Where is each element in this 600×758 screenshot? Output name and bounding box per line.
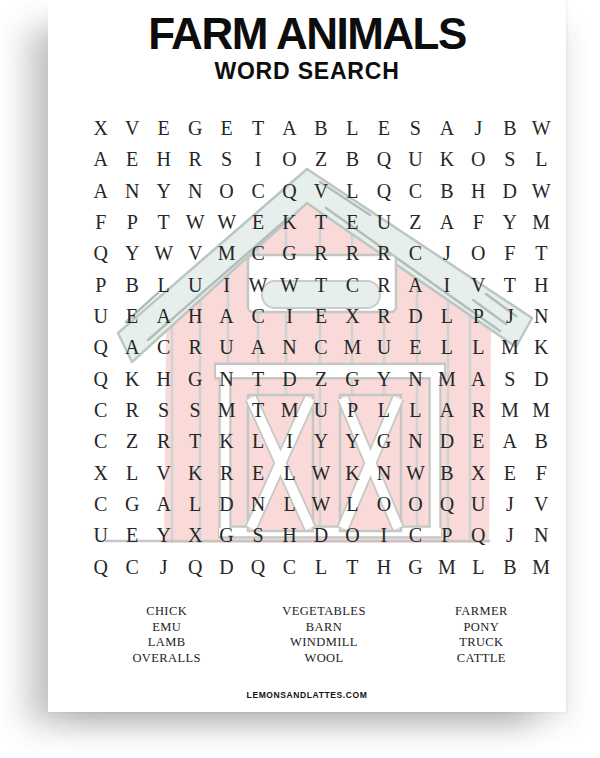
grid-cell-r5c15[interactable]: T [526,238,557,269]
grid-cell-r13c13[interactable]: U [463,489,494,520]
grid-cell-r15c10[interactable]: H [368,552,399,583]
grid-cell-r9c3[interactable]: H [148,364,179,395]
grid-cell-r1c15[interactable]: W [526,113,557,144]
grid-cell-r6c12[interactable]: I [431,270,462,301]
grid-cell-r11c4[interactable]: T [179,426,210,457]
grid-cell-r11c10[interactable]: G [368,426,399,457]
grid-cell-r4c7[interactable]: K [274,207,305,238]
grid-cell-r12c5[interactable]: R [211,458,242,489]
grid-cell-r13c12[interactable]: Q [431,489,462,520]
grid-cell-r2c15[interactable]: L [526,144,557,175]
grid-cell-r12c1[interactable]: X [85,458,116,489]
grid-cell-r12c4[interactable]: K [179,458,210,489]
grid-cell-r3c10[interactable]: Q [368,176,399,207]
word-list-item: WOOL [245,651,402,667]
word-list: CHICKEMULAMBOVERALLSVEGETABLESBARNWINDMI… [88,604,560,666]
word-list-item: LAMB [88,635,245,651]
grid-cell-r6c2[interactable]: B [116,270,147,301]
grid-cell-r15c4[interactable]: Q [179,552,210,583]
grid-cell-r1c10[interactable]: E [368,113,399,144]
grid-cell-r1c9[interactable]: L [337,113,368,144]
grid-cell-r7c9[interactable]: X [337,301,368,332]
grid-cell-r11c14[interactable]: A [494,426,525,457]
word-list-item: EMU [88,620,245,636]
grid-cell-r4c11[interactable]: Z [400,207,431,238]
grid-cell-r15c3[interactable]: J [148,552,179,583]
grid-cell-r13c14[interactable]: J [494,489,525,520]
grid-cell-r12c3[interactable]: V [148,458,179,489]
grid-cell-r12c12[interactable]: B [431,458,462,489]
grid-cell-r10c3[interactable]: S [148,395,179,426]
grid-cell-r8c5[interactable]: U [211,332,242,363]
grid-cell-r7c12[interactable]: L [431,301,462,332]
grid-cell-r8c1[interactable]: Q [85,332,116,363]
grid-cell-r13c15[interactable]: V [526,489,557,520]
grid-cell-r1c4[interactable]: G [179,113,210,144]
grid-cell-r8c2[interactable]: A [116,332,147,363]
grid-cell-r15c5[interactable]: D [211,552,242,583]
grid-cell-r9c9[interactable]: G [337,364,368,395]
grid-cell-r15c14[interactable]: B [494,552,525,583]
grid-cell-r12c7[interactable]: L [274,458,305,489]
grid-cell-r7c3[interactable]: A [148,301,179,332]
grid-cell-r3c9[interactable]: L [337,176,368,207]
grid-cell-r13c9[interactable]: L [337,489,368,520]
grid-cell-r8c8[interactable]: C [305,332,336,363]
grid-cell-r7c7[interactable]: I [274,301,305,332]
grid-cell-r1c14[interactable]: B [494,113,525,144]
word-list-item: WINDMILL [245,635,402,651]
grid-cell-r5c12[interactable]: J [431,238,462,269]
grid-cell-r7c6[interactable]: C [242,301,273,332]
grid-cell-r3c2[interactable]: N [116,176,147,207]
grid-cell-r7c4[interactable]: H [179,301,210,332]
grid-cell-r7c10[interactable]: R [368,301,399,332]
grid-cell-r13c4[interactable]: L [179,489,210,520]
grid-cell-r14c3[interactable]: Y [148,520,179,551]
grid-cell-r3c11[interactable]: C [400,176,431,207]
grid-cell-r2c10[interactable]: Q [368,144,399,175]
grid-cell-r12c2[interactable]: L [116,458,147,489]
word-list-item: TRUCK [403,635,560,651]
grid-cell-r11c5[interactable]: K [211,426,242,457]
grid-cell-r11c9[interactable]: Y [337,426,368,457]
grid-cell-r14c2[interactable]: E [116,520,147,551]
grid-cell-r10c13[interactable]: R [463,395,494,426]
grid-cell-r7c14[interactable]: J [494,301,525,332]
grid-cell-r4c15[interactable]: M [526,207,557,238]
grid-cell-r5c4[interactable]: V [179,238,210,269]
grid-cell-r3c13[interactable]: H [463,176,494,207]
grid-cell-r3c8[interactable]: V [305,176,336,207]
grid-cell-r1c8[interactable]: B [305,113,336,144]
grid-cell-r13c5[interactable]: D [211,489,242,520]
grid-cell-r5c11[interactable]: C [400,238,431,269]
grid-cell-r3c4[interactable]: N [179,176,210,207]
grid-cell-r2c14[interactable]: S [494,144,525,175]
grid-cell-r3c1[interactable]: A [85,176,116,207]
grid-cell-r9c12[interactable]: M [431,364,462,395]
grid-cell-r3c6[interactable]: C [242,176,273,207]
page-subtitle: WORD SEARCH [48,58,566,85]
grid-cell-r6c1[interactable]: P [85,270,116,301]
grid-cell-r8c10[interactable]: U [368,332,399,363]
grid-cell-r3c14[interactable]: D [494,176,525,207]
grid-cell-r14c4[interactable]: X [179,520,210,551]
grid-cell-r9c13[interactable]: A [463,364,494,395]
grid-cell-r5c8[interactable]: R [305,238,336,269]
grid-cell-r14c13[interactable]: Q [463,520,494,551]
grid-cell-r11c15[interactable]: B [526,426,557,457]
grid-cell-r4c4[interactable]: W [179,207,210,238]
grid-cell-r9c6[interactable]: T [242,364,273,395]
grid-cell-r5c13[interactable]: O [463,238,494,269]
grid-cell-r14c14[interactable]: J [494,520,525,551]
word-list-item: VEGETABLES [245,604,402,620]
grid-cell-r15c9[interactable]: T [337,552,368,583]
grid-cell-r7c1[interactable]: U [85,301,116,332]
grid-cell-r9c2[interactable]: K [116,364,147,395]
grid-cell-r12c8[interactable]: W [305,458,336,489]
grid-cell-r1c13[interactable]: J [463,113,494,144]
grid-cell-r2c11[interactable]: U [400,144,431,175]
grid-cell-r14c7[interactable]: H [274,520,305,551]
grid-cell-r10c15[interactable]: M [526,395,557,426]
grid-cell-r9c10[interactable]: Y [368,364,399,395]
grid-cell-r9c5[interactable]: N [211,364,242,395]
word-search-grid: XVEGETABLESAJBWAEHRSIOZBQUKOSLANYNOCQVLQ… [85,113,557,583]
grid-cell-r9c11[interactable]: N [400,364,431,395]
word-list-item: BARN [245,620,402,636]
grid-cell-r9c8[interactable]: Z [305,364,336,395]
grid-cell-r5c7[interactable]: G [274,238,305,269]
grid-cell-r15c7[interactable]: C [274,552,305,583]
header: FARM ANIMALS WORD SEARCH [48,12,566,85]
grid-cell-r6c3[interactable]: L [148,270,179,301]
grid-cell-r10c6[interactable]: T [242,395,273,426]
grid-cell-r12c9[interactable]: K [337,458,368,489]
grid-cell-r15c13[interactable]: L [463,552,494,583]
grid-cell-r6c4[interactable]: U [179,270,210,301]
grid-cell-r4c12[interactable]: A [431,207,462,238]
grid-cell-r14c11[interactable]: C [400,520,431,551]
grid-cell-r4c3[interactable]: T [148,207,179,238]
grid-cell-r11c13[interactable]: E [463,426,494,457]
grid-cell-r8c11[interactable]: E [400,332,431,363]
word-list-item: FARMER [403,604,560,620]
grid-cell-r5c5[interactable]: M [211,238,242,269]
grid-cell-r8c15[interactable]: K [526,332,557,363]
grid-cell-r13c1[interactable]: C [85,489,116,520]
grid-cell-r5c2[interactable]: Y [116,238,147,269]
grid-cell-r7c5[interactable]: A [211,301,242,332]
grid-cell-r7c13[interactable]: P [463,301,494,332]
grid-cell-r5c6[interactable]: C [242,238,273,269]
grid-cell-r10c5[interactable]: M [211,395,242,426]
grid-cell-r8c4[interactable]: R [179,332,210,363]
grid-cell-r6c5[interactable]: I [211,270,242,301]
word-list-column-2: VEGETABLESBARNWINDMILLWOOL [245,604,402,666]
grid-cell-r1c3[interactable]: E [148,113,179,144]
grid-cell-r1c12[interactable]: A [431,113,462,144]
grid-cell-r6c6[interactable]: W [242,270,273,301]
grid-cell-r14c10[interactable]: I [368,520,399,551]
grid-cell-r10c14[interactable]: M [494,395,525,426]
grid-cell-r4c9[interactable]: E [337,207,368,238]
grid-cell-r2c13[interactable]: O [463,144,494,175]
grid-cell-r13c6[interactable]: N [242,489,273,520]
grid-cell-r10c9[interactable]: P [337,395,368,426]
grid-cell-r5c14[interactable]: F [494,238,525,269]
grid-cell-r11c8[interactable]: Y [305,426,336,457]
grid-cell-r9c15[interactable]: D [526,364,557,395]
grid-cell-r10c2[interactable]: R [116,395,147,426]
grid-cell-r14c5[interactable]: G [211,520,242,551]
footer-credit: LEMONSANDLATTES.COM [48,690,566,700]
grid-cell-r13c7[interactable]: L [274,489,305,520]
grid-cell-r15c6[interactable]: Q [242,552,273,583]
grid-cell-r2c12[interactable]: K [431,144,462,175]
grid-cell-r5c10[interactable]: R [368,238,399,269]
grid-cell-r12c14[interactable]: E [494,458,525,489]
grid-cell-r10c7[interactable]: M [274,395,305,426]
grid-cell-r1c5[interactable]: E [211,113,242,144]
grid-cell-r13c8[interactable]: W [305,489,336,520]
grid-cell-r12c10[interactable]: N [368,458,399,489]
grid-cell-r6c15[interactable]: H [526,270,557,301]
grid-cell-r15c8[interactable]: L [305,552,336,583]
grid-cell-r3c5[interactable]: O [211,176,242,207]
grid-cell-r4c6[interactable]: E [242,207,273,238]
grid-cell-r8c7[interactable]: N [274,332,305,363]
grid-cell-r6c9[interactable]: C [337,270,368,301]
grid-cell-r3c12[interactable]: B [431,176,462,207]
grid-cell-r1c7[interactable]: A [274,113,305,144]
grid-cell-r9c14[interactable]: S [494,364,525,395]
grid-cell-r14c6[interactable]: S [242,520,273,551]
printable-sheet: FARM ANIMALS WORD SEARCH XVEGETABLESAJBW… [48,0,566,712]
grid-cell-r14c9[interactable]: O [337,520,368,551]
grid-cell-r1c11[interactable]: S [400,113,431,144]
grid-cell-r1c6[interactable]: T [242,113,273,144]
grid-cell-r8c6[interactable]: A [242,332,273,363]
grid-cell-r8c3[interactable]: C [148,332,179,363]
grid-cell-r4c14[interactable]: Y [494,207,525,238]
grid-cell-r12c13[interactable]: X [463,458,494,489]
grid-cell-r2c9[interactable]: B [337,144,368,175]
grid-cell-r11c7[interactable]: I [274,426,305,457]
grid-cell-r4c5[interactable]: W [211,207,242,238]
grid-cell-r1c2[interactable]: V [116,113,147,144]
grid-cell-r10c8[interactable]: U [305,395,336,426]
grid-cell-r6c13[interactable]: V [463,270,494,301]
grid-cell-r2c7[interactable]: O [274,144,305,175]
grid-cell-r14c15[interactable]: N [526,520,557,551]
grid-cell-r12c15[interactable]: F [526,458,557,489]
word-list-item: CHICK [88,604,245,620]
grid-cell-r6c10[interactable]: R [368,270,399,301]
grid-cell-r15c1[interactable]: Q [85,552,116,583]
grid-cell-r2c5[interactable]: S [211,144,242,175]
grid-cell-r8c9[interactable]: M [337,332,368,363]
grid-cell-r13c3[interactable]: A [148,489,179,520]
grid-cell-r14c8[interactable]: D [305,520,336,551]
grid-cell-r7c8[interactable]: E [305,301,336,332]
grid-cell-r4c13[interactable]: F [463,207,494,238]
page-title: FARM ANIMALS [48,12,566,57]
grid-cell-r7c2[interactable]: E [116,301,147,332]
grid-cell-r10c12[interactable]: A [431,395,462,426]
grid-cell-r9c1[interactable]: Q [85,364,116,395]
grid-cell-r14c1[interactable]: U [85,520,116,551]
word-list-item: OVERALLS [88,651,245,667]
grid-cell-r10c1[interactable]: C [85,395,116,426]
grid-cell-r5c3[interactable]: W [148,238,179,269]
grid-cell-r11c12[interactable]: D [431,426,462,457]
grid-cell-r13c10[interactable]: O [368,489,399,520]
grid-cell-r9c4[interactable]: G [179,364,210,395]
grid-cell-r9c7[interactable]: D [274,364,305,395]
grid-cell-r13c2[interactable]: G [116,489,147,520]
grid-cell-r11c6[interactable]: L [242,426,273,457]
grid-cell-r11c2[interactable]: Z [116,426,147,457]
grid-cell-r2c4[interactable]: R [179,144,210,175]
grid-cell-r1c1[interactable]: X [85,113,116,144]
grid-cell-r3c3[interactable]: Y [148,176,179,207]
grid-cell-r5c9[interactable]: R [337,238,368,269]
grid-cell-r15c15[interactable]: M [526,552,557,583]
grid-cell-r11c1[interactable]: C [85,426,116,457]
grid-cell-r2c1[interactable]: A [85,144,116,175]
grid-cell-r2c3[interactable]: H [148,144,179,175]
grid-cell-r15c12[interactable]: M [431,552,462,583]
grid-cell-r12c6[interactable]: E [242,458,273,489]
word-list-item: PONY [403,620,560,636]
grid-cell-r6c7[interactable]: W [274,270,305,301]
grid-cell-r4c10[interactable]: U [368,207,399,238]
grid-cell-r10c4[interactable]: S [179,395,210,426]
word-list-column-1: CHICKEMULAMBOVERALLS [88,604,245,666]
grid-cell-r7c11[interactable]: D [400,301,431,332]
grid-cell-r13c11[interactable]: O [400,489,431,520]
grid-cell-r4c2[interactable]: P [116,207,147,238]
grid-cell-r8c14[interactable]: M [494,332,525,363]
grid-cell-r10c10[interactable]: L [368,395,399,426]
grid-cell-r11c3[interactable]: R [148,426,179,457]
grid-cell-r14c12[interactable]: P [431,520,462,551]
grid-cell-r3c15[interactable]: W [526,176,557,207]
grid-cell-r5c1[interactable]: Q [85,238,116,269]
grid-cell-r12c11[interactable]: W [400,458,431,489]
word-list-item: CATTLE [403,651,560,667]
word-list-column-3: FARMERPONYTRUCKCATTLE [403,604,560,666]
grid-cell-r6c11[interactable]: A [400,270,431,301]
grid-cell-r3c7[interactable]: Q [274,176,305,207]
grid-cell-r6c8[interactable]: T [305,270,336,301]
grid-cell-r10c11[interactable]: L [400,395,431,426]
grid-cell-r6c14[interactable]: T [494,270,525,301]
grid-cell-r2c6[interactable]: I [242,144,273,175]
grid-cell-r15c11[interactable]: G [400,552,431,583]
grid-cell-r8c13[interactable]: L [463,332,494,363]
grid-cell-r8c12[interactable]: L [431,332,462,363]
grid-cell-r15c2[interactable]: C [116,552,147,583]
grid-cell-r11c11[interactable]: N [400,426,431,457]
grid-cell-r4c1[interactable]: F [85,207,116,238]
grid-cell-r2c2[interactable]: E [116,144,147,175]
grid-cell-r2c8[interactable]: Z [305,144,336,175]
grid-cell-r7c15[interactable]: N [526,301,557,332]
grid-cell-r4c8[interactable]: T [305,207,336,238]
